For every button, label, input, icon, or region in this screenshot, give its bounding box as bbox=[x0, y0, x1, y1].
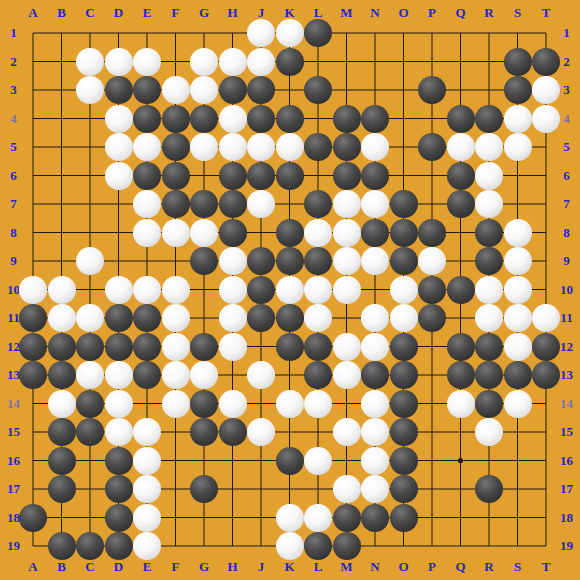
intersection-G9[interactable] bbox=[190, 247, 219, 276]
intersection-Q9[interactable] bbox=[446, 247, 475, 276]
intersection-R10[interactable] bbox=[475, 275, 504, 304]
intersection-M9[interactable] bbox=[332, 247, 361, 276]
intersection-E9[interactable] bbox=[133, 247, 162, 276]
intersection-Q12[interactable] bbox=[446, 332, 475, 361]
intersection-D1[interactable] bbox=[104, 19, 133, 48]
intersection-E8[interactable] bbox=[133, 218, 162, 247]
intersection-Q2[interactable] bbox=[446, 47, 475, 76]
intersection-L13[interactable] bbox=[304, 361, 333, 390]
intersection-G8[interactable] bbox=[190, 218, 219, 247]
intersection-E18[interactable] bbox=[133, 503, 162, 532]
intersection-D17[interactable] bbox=[104, 475, 133, 504]
intersection-K10[interactable] bbox=[275, 275, 304, 304]
intersection-K4[interactable] bbox=[275, 104, 304, 133]
intersection-N13[interactable] bbox=[361, 361, 390, 390]
intersection-F6[interactable] bbox=[161, 161, 190, 190]
intersection-L7[interactable] bbox=[304, 190, 333, 219]
intersection-T16[interactable] bbox=[532, 446, 561, 475]
intersection-A9[interactable] bbox=[19, 247, 48, 276]
intersection-G18[interactable] bbox=[190, 503, 219, 532]
intersection-J8[interactable] bbox=[247, 218, 276, 247]
intersection-K16[interactable] bbox=[275, 446, 304, 475]
intersection-C10[interactable] bbox=[76, 275, 105, 304]
intersection-F1[interactable] bbox=[161, 19, 190, 48]
intersection-G16[interactable] bbox=[190, 446, 219, 475]
intersection-K17[interactable] bbox=[275, 475, 304, 504]
intersection-F8[interactable] bbox=[161, 218, 190, 247]
intersection-C4[interactable] bbox=[76, 104, 105, 133]
intersection-J5[interactable] bbox=[247, 133, 276, 162]
intersection-L10[interactable] bbox=[304, 275, 333, 304]
intersection-G6[interactable] bbox=[190, 161, 219, 190]
intersection-O17[interactable] bbox=[389, 475, 418, 504]
intersection-O9[interactable] bbox=[389, 247, 418, 276]
intersection-T11[interactable] bbox=[532, 304, 561, 333]
intersection-N18[interactable] bbox=[361, 503, 390, 532]
intersection-Q3[interactable] bbox=[446, 76, 475, 105]
intersection-N10[interactable] bbox=[361, 275, 390, 304]
intersection-C14[interactable] bbox=[76, 389, 105, 418]
intersection-F5[interactable] bbox=[161, 133, 190, 162]
intersection-G15[interactable] bbox=[190, 418, 219, 447]
intersection-F9[interactable] bbox=[161, 247, 190, 276]
intersection-N3[interactable] bbox=[361, 76, 390, 105]
intersection-G3[interactable] bbox=[190, 76, 219, 105]
intersection-H9[interactable] bbox=[218, 247, 247, 276]
intersection-S4[interactable] bbox=[503, 104, 532, 133]
intersection-J3[interactable] bbox=[247, 76, 276, 105]
intersection-C12[interactable] bbox=[76, 332, 105, 361]
intersection-R18[interactable] bbox=[475, 503, 504, 532]
intersection-C15[interactable] bbox=[76, 418, 105, 447]
intersection-R2[interactable] bbox=[475, 47, 504, 76]
intersection-F19[interactable] bbox=[161, 532, 190, 561]
intersection-B9[interactable] bbox=[47, 247, 76, 276]
intersection-B12[interactable] bbox=[47, 332, 76, 361]
intersection-O7[interactable] bbox=[389, 190, 418, 219]
intersection-A6[interactable] bbox=[19, 161, 48, 190]
intersection-S8[interactable] bbox=[503, 218, 532, 247]
intersection-Q14[interactable] bbox=[446, 389, 475, 418]
intersection-A13[interactable] bbox=[19, 361, 48, 390]
intersection-S2[interactable] bbox=[503, 47, 532, 76]
intersection-J9[interactable] bbox=[247, 247, 276, 276]
intersection-D18[interactable] bbox=[104, 503, 133, 532]
intersection-D5[interactable] bbox=[104, 133, 133, 162]
intersection-D7[interactable] bbox=[104, 190, 133, 219]
intersection-T5[interactable] bbox=[532, 133, 561, 162]
intersection-Q11[interactable] bbox=[446, 304, 475, 333]
intersection-H18[interactable] bbox=[218, 503, 247, 532]
intersection-N6[interactable] bbox=[361, 161, 390, 190]
intersection-G14[interactable] bbox=[190, 389, 219, 418]
intersection-B16[interactable] bbox=[47, 446, 76, 475]
intersection-M5[interactable] bbox=[332, 133, 361, 162]
intersection-Q1[interactable] bbox=[446, 19, 475, 48]
intersection-H13[interactable] bbox=[218, 361, 247, 390]
intersection-B6[interactable] bbox=[47, 161, 76, 190]
intersection-S1[interactable] bbox=[503, 19, 532, 48]
intersection-B13[interactable] bbox=[47, 361, 76, 390]
intersection-Q17[interactable] bbox=[446, 475, 475, 504]
intersection-P7[interactable] bbox=[418, 190, 447, 219]
intersection-O12[interactable] bbox=[389, 332, 418, 361]
intersection-R8[interactable] bbox=[475, 218, 504, 247]
intersection-F3[interactable] bbox=[161, 76, 190, 105]
intersection-F11[interactable] bbox=[161, 304, 190, 333]
intersection-G1[interactable] bbox=[190, 19, 219, 48]
intersection-F10[interactable] bbox=[161, 275, 190, 304]
intersection-P8[interactable] bbox=[418, 218, 447, 247]
intersection-K18[interactable] bbox=[275, 503, 304, 532]
intersection-M16[interactable] bbox=[332, 446, 361, 475]
intersection-O4[interactable] bbox=[389, 104, 418, 133]
intersection-C2[interactable] bbox=[76, 47, 105, 76]
intersection-R1[interactable] bbox=[475, 19, 504, 48]
intersection-G7[interactable] bbox=[190, 190, 219, 219]
intersection-J10[interactable] bbox=[247, 275, 276, 304]
intersection-S6[interactable] bbox=[503, 161, 532, 190]
intersection-F14[interactable] bbox=[161, 389, 190, 418]
intersection-M2[interactable] bbox=[332, 47, 361, 76]
intersection-S19[interactable] bbox=[503, 532, 532, 561]
intersection-J18[interactable] bbox=[247, 503, 276, 532]
intersection-R6[interactable] bbox=[475, 161, 504, 190]
intersection-C9[interactable] bbox=[76, 247, 105, 276]
intersection-P2[interactable] bbox=[418, 47, 447, 76]
intersection-K19[interactable] bbox=[275, 532, 304, 561]
intersection-J1[interactable] bbox=[247, 19, 276, 48]
intersection-T17[interactable] bbox=[532, 475, 561, 504]
intersection-R13[interactable] bbox=[475, 361, 504, 390]
intersection-F4[interactable] bbox=[161, 104, 190, 133]
intersection-Q15[interactable] bbox=[446, 418, 475, 447]
intersection-N16[interactable] bbox=[361, 446, 390, 475]
intersection-R7[interactable] bbox=[475, 190, 504, 219]
intersection-C11[interactable] bbox=[76, 304, 105, 333]
intersection-R16[interactable] bbox=[475, 446, 504, 475]
intersection-J4[interactable] bbox=[247, 104, 276, 133]
intersection-N1[interactable] bbox=[361, 19, 390, 48]
intersection-R12[interactable] bbox=[475, 332, 504, 361]
intersection-F7[interactable] bbox=[161, 190, 190, 219]
intersection-G4[interactable] bbox=[190, 104, 219, 133]
intersection-R17[interactable] bbox=[475, 475, 504, 504]
intersection-C17[interactable] bbox=[76, 475, 105, 504]
intersection-F12[interactable] bbox=[161, 332, 190, 361]
intersection-H12[interactable] bbox=[218, 332, 247, 361]
intersection-A7[interactable] bbox=[19, 190, 48, 219]
intersection-K15[interactable] bbox=[275, 418, 304, 447]
intersection-P6[interactable] bbox=[418, 161, 447, 190]
intersection-J2[interactable] bbox=[247, 47, 276, 76]
intersection-T18[interactable] bbox=[532, 503, 561, 532]
intersection-M10[interactable] bbox=[332, 275, 361, 304]
intersection-T19[interactable] bbox=[532, 532, 561, 561]
intersection-T12[interactable] bbox=[532, 332, 561, 361]
intersection-K14[interactable] bbox=[275, 389, 304, 418]
intersection-L5[interactable] bbox=[304, 133, 333, 162]
intersection-O6[interactable] bbox=[389, 161, 418, 190]
intersection-K5[interactable] bbox=[275, 133, 304, 162]
intersection-M4[interactable] bbox=[332, 104, 361, 133]
intersection-P15[interactable] bbox=[418, 418, 447, 447]
intersection-B1[interactable] bbox=[47, 19, 76, 48]
intersection-T7[interactable] bbox=[532, 190, 561, 219]
intersection-B8[interactable] bbox=[47, 218, 76, 247]
intersection-E13[interactable] bbox=[133, 361, 162, 390]
intersection-O10[interactable] bbox=[389, 275, 418, 304]
intersection-N2[interactable] bbox=[361, 47, 390, 76]
intersection-K2[interactable] bbox=[275, 47, 304, 76]
intersection-N17[interactable] bbox=[361, 475, 390, 504]
intersection-M7[interactable] bbox=[332, 190, 361, 219]
intersection-J11[interactable] bbox=[247, 304, 276, 333]
intersection-L15[interactable] bbox=[304, 418, 333, 447]
intersection-Q5[interactable] bbox=[446, 133, 475, 162]
intersection-N7[interactable] bbox=[361, 190, 390, 219]
intersection-A3[interactable] bbox=[19, 76, 48, 105]
intersection-E5[interactable] bbox=[133, 133, 162, 162]
intersection-G17[interactable] bbox=[190, 475, 219, 504]
intersection-N4[interactable] bbox=[361, 104, 390, 133]
intersection-A18[interactable] bbox=[19, 503, 48, 532]
intersection-P17[interactable] bbox=[418, 475, 447, 504]
intersection-J7[interactable] bbox=[247, 190, 276, 219]
intersection-Q6[interactable] bbox=[446, 161, 475, 190]
intersection-Q13[interactable] bbox=[446, 361, 475, 390]
intersection-F15[interactable] bbox=[161, 418, 190, 447]
intersection-H6[interactable] bbox=[218, 161, 247, 190]
intersection-A17[interactable] bbox=[19, 475, 48, 504]
intersection-T10[interactable] bbox=[532, 275, 561, 304]
intersection-D19[interactable] bbox=[104, 532, 133, 561]
intersection-H4[interactable] bbox=[218, 104, 247, 133]
intersection-S16[interactable] bbox=[503, 446, 532, 475]
intersection-M6[interactable] bbox=[332, 161, 361, 190]
intersection-G12[interactable] bbox=[190, 332, 219, 361]
intersection-D4[interactable] bbox=[104, 104, 133, 133]
intersection-D10[interactable] bbox=[104, 275, 133, 304]
intersection-K1[interactable] bbox=[275, 19, 304, 48]
intersection-C5[interactable] bbox=[76, 133, 105, 162]
intersection-L4[interactable] bbox=[304, 104, 333, 133]
intersection-C6[interactable] bbox=[76, 161, 105, 190]
intersection-M14[interactable] bbox=[332, 389, 361, 418]
intersection-E7[interactable] bbox=[133, 190, 162, 219]
intersection-M12[interactable] bbox=[332, 332, 361, 361]
intersection-R4[interactable] bbox=[475, 104, 504, 133]
intersection-M3[interactable] bbox=[332, 76, 361, 105]
intersection-J12[interactable] bbox=[247, 332, 276, 361]
intersection-R19[interactable] bbox=[475, 532, 504, 561]
intersection-L9[interactable] bbox=[304, 247, 333, 276]
intersection-E12[interactable] bbox=[133, 332, 162, 361]
intersection-O5[interactable] bbox=[389, 133, 418, 162]
intersection-A4[interactable] bbox=[19, 104, 48, 133]
intersection-M15[interactable] bbox=[332, 418, 361, 447]
intersection-A10[interactable] bbox=[19, 275, 48, 304]
intersection-B10[interactable] bbox=[47, 275, 76, 304]
intersection-S11[interactable] bbox=[503, 304, 532, 333]
intersection-S12[interactable] bbox=[503, 332, 532, 361]
intersection-A12[interactable] bbox=[19, 332, 48, 361]
intersection-H5[interactable] bbox=[218, 133, 247, 162]
intersection-S15[interactable] bbox=[503, 418, 532, 447]
intersection-L16[interactable] bbox=[304, 446, 333, 475]
intersection-N11[interactable] bbox=[361, 304, 390, 333]
intersection-N19[interactable] bbox=[361, 532, 390, 561]
intersection-B18[interactable] bbox=[47, 503, 76, 532]
intersection-S17[interactable] bbox=[503, 475, 532, 504]
intersection-G2[interactable] bbox=[190, 47, 219, 76]
intersection-G19[interactable] bbox=[190, 532, 219, 561]
intersection-D2[interactable] bbox=[104, 47, 133, 76]
intersection-Q8[interactable] bbox=[446, 218, 475, 247]
intersection-Q18[interactable] bbox=[446, 503, 475, 532]
intersection-L8[interactable] bbox=[304, 218, 333, 247]
intersection-Q19[interactable] bbox=[446, 532, 475, 561]
intersection-L11[interactable] bbox=[304, 304, 333, 333]
intersection-L1[interactable] bbox=[304, 19, 333, 48]
intersection-E3[interactable] bbox=[133, 76, 162, 105]
intersection-R11[interactable] bbox=[475, 304, 504, 333]
intersection-H11[interactable] bbox=[218, 304, 247, 333]
intersection-E19[interactable] bbox=[133, 532, 162, 561]
intersection-A5[interactable] bbox=[19, 133, 48, 162]
intersection-E17[interactable] bbox=[133, 475, 162, 504]
intersection-R5[interactable] bbox=[475, 133, 504, 162]
intersection-M8[interactable] bbox=[332, 218, 361, 247]
intersection-K6[interactable] bbox=[275, 161, 304, 190]
intersection-S9[interactable] bbox=[503, 247, 532, 276]
intersection-R3[interactable] bbox=[475, 76, 504, 105]
intersection-J13[interactable] bbox=[247, 361, 276, 390]
intersection-S14[interactable] bbox=[503, 389, 532, 418]
intersection-E15[interactable] bbox=[133, 418, 162, 447]
intersection-Q10[interactable] bbox=[446, 275, 475, 304]
intersection-T4[interactable] bbox=[532, 104, 561, 133]
intersection-P19[interactable] bbox=[418, 532, 447, 561]
intersection-J19[interactable] bbox=[247, 532, 276, 561]
intersection-P11[interactable] bbox=[418, 304, 447, 333]
intersection-P14[interactable] bbox=[418, 389, 447, 418]
intersection-J6[interactable] bbox=[247, 161, 276, 190]
intersection-B3[interactable] bbox=[47, 76, 76, 105]
intersection-O13[interactable] bbox=[389, 361, 418, 390]
intersection-C7[interactable] bbox=[76, 190, 105, 219]
intersection-L19[interactable] bbox=[304, 532, 333, 561]
intersection-L18[interactable] bbox=[304, 503, 333, 532]
intersection-K3[interactable] bbox=[275, 76, 304, 105]
intersection-A8[interactable] bbox=[19, 218, 48, 247]
intersection-M18[interactable] bbox=[332, 503, 361, 532]
intersection-B5[interactable] bbox=[47, 133, 76, 162]
intersection-R9[interactable] bbox=[475, 247, 504, 276]
intersection-K9[interactable] bbox=[275, 247, 304, 276]
intersection-J14[interactable] bbox=[247, 389, 276, 418]
intersection-G10[interactable] bbox=[190, 275, 219, 304]
intersection-K7[interactable] bbox=[275, 190, 304, 219]
intersection-F13[interactable] bbox=[161, 361, 190, 390]
intersection-H19[interactable] bbox=[218, 532, 247, 561]
intersection-E16[interactable] bbox=[133, 446, 162, 475]
intersection-N5[interactable] bbox=[361, 133, 390, 162]
intersection-G11[interactable] bbox=[190, 304, 219, 333]
intersection-E6[interactable] bbox=[133, 161, 162, 190]
intersection-O3[interactable] bbox=[389, 76, 418, 105]
intersection-B17[interactable] bbox=[47, 475, 76, 504]
intersection-L6[interactable] bbox=[304, 161, 333, 190]
intersection-S18[interactable] bbox=[503, 503, 532, 532]
intersection-P12[interactable] bbox=[418, 332, 447, 361]
intersection-E4[interactable] bbox=[133, 104, 162, 133]
intersection-A2[interactable] bbox=[19, 47, 48, 76]
intersection-P3[interactable] bbox=[418, 76, 447, 105]
intersection-C1[interactable] bbox=[76, 19, 105, 48]
intersection-A11[interactable] bbox=[19, 304, 48, 333]
intersection-H15[interactable] bbox=[218, 418, 247, 447]
intersection-H16[interactable] bbox=[218, 446, 247, 475]
intersection-O14[interactable] bbox=[389, 389, 418, 418]
intersection-T9[interactable] bbox=[532, 247, 561, 276]
intersection-P10[interactable] bbox=[418, 275, 447, 304]
intersection-T3[interactable] bbox=[532, 76, 561, 105]
intersection-S13[interactable] bbox=[503, 361, 532, 390]
intersection-A14[interactable] bbox=[19, 389, 48, 418]
intersection-A16[interactable] bbox=[19, 446, 48, 475]
intersection-O18[interactable] bbox=[389, 503, 418, 532]
intersection-A19[interactable] bbox=[19, 532, 48, 561]
intersection-H3[interactable] bbox=[218, 76, 247, 105]
intersection-B4[interactable] bbox=[47, 104, 76, 133]
intersection-O2[interactable] bbox=[389, 47, 418, 76]
intersection-C8[interactable] bbox=[76, 218, 105, 247]
intersection-A1[interactable] bbox=[19, 19, 48, 48]
intersection-B14[interactable] bbox=[47, 389, 76, 418]
intersection-O1[interactable] bbox=[389, 19, 418, 48]
intersection-O19[interactable] bbox=[389, 532, 418, 561]
intersection-T2[interactable] bbox=[532, 47, 561, 76]
intersection-L17[interactable] bbox=[304, 475, 333, 504]
intersection-R14[interactable] bbox=[475, 389, 504, 418]
intersection-D9[interactable] bbox=[104, 247, 133, 276]
intersection-A15[interactable] bbox=[19, 418, 48, 447]
intersection-C16[interactable] bbox=[76, 446, 105, 475]
intersection-T13[interactable] bbox=[532, 361, 561, 390]
intersection-T1[interactable] bbox=[532, 19, 561, 48]
intersection-K13[interactable] bbox=[275, 361, 304, 390]
intersection-R15[interactable] bbox=[475, 418, 504, 447]
intersection-F2[interactable] bbox=[161, 47, 190, 76]
intersection-D6[interactable] bbox=[104, 161, 133, 190]
intersection-P9[interactable] bbox=[418, 247, 447, 276]
intersection-P5[interactable] bbox=[418, 133, 447, 162]
intersection-F17[interactable] bbox=[161, 475, 190, 504]
intersection-P4[interactable] bbox=[418, 104, 447, 133]
intersection-O15[interactable] bbox=[389, 418, 418, 447]
intersection-O11[interactable] bbox=[389, 304, 418, 333]
intersection-F18[interactable] bbox=[161, 503, 190, 532]
intersection-E2[interactable] bbox=[133, 47, 162, 76]
intersection-H8[interactable] bbox=[218, 218, 247, 247]
intersection-H10[interactable] bbox=[218, 275, 247, 304]
intersection-M19[interactable] bbox=[332, 532, 361, 561]
intersection-B19[interactable] bbox=[47, 532, 76, 561]
intersection-E10[interactable] bbox=[133, 275, 162, 304]
intersection-L14[interactable] bbox=[304, 389, 333, 418]
intersection-Q16[interactable] bbox=[446, 446, 475, 475]
